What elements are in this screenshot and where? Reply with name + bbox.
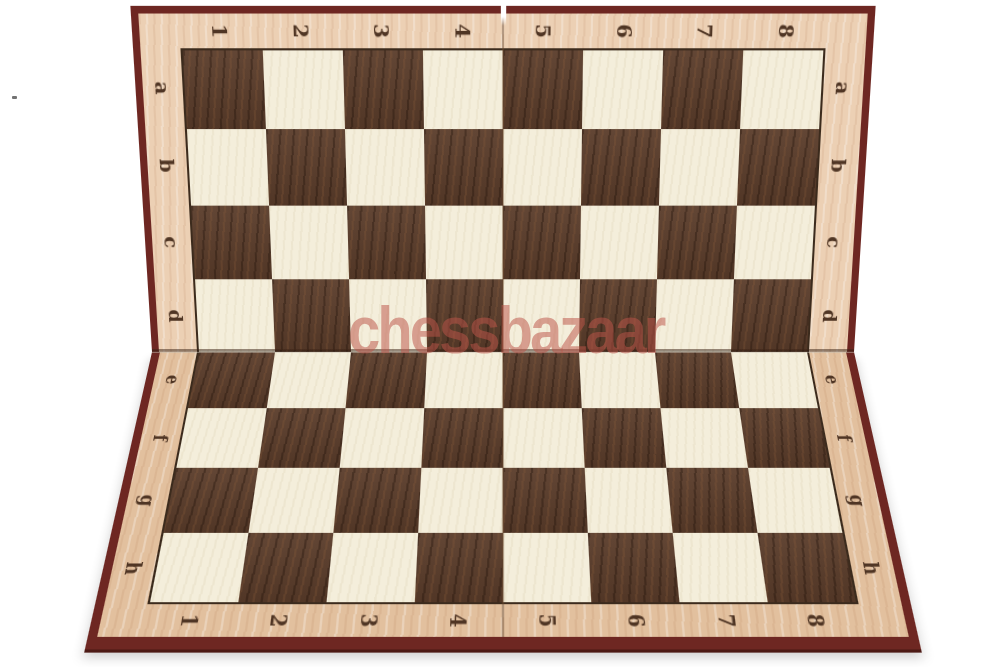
rank-labels-top-left: abcd [140, 48, 197, 352]
dust-speck [12, 96, 17, 99]
square-b2 [266, 129, 347, 205]
square-g4 [418, 468, 503, 533]
rank-label-b: b [128, 146, 207, 185]
square-f3 [340, 408, 425, 468]
rank-label-h: h [827, 550, 918, 587]
rank-label-f: f [803, 422, 887, 453]
square-c6 [580, 205, 659, 279]
watermark-text: chessbazaar [348, 291, 663, 368]
square-g2 [249, 468, 340, 533]
board-bottom-half: 12345678 efgh efgh [85, 352, 921, 649]
folding-chessboard-photo: 12345678 abcd abcd 12345678 efgh efgh ch… [0, 0, 1000, 667]
square-e7 [655, 352, 739, 408]
file-label-3: 3 [347, 582, 390, 660]
square-f6 [582, 408, 667, 468]
file-label-8: 8 [767, 0, 805, 72]
square-g3 [333, 468, 421, 533]
square-f7 [660, 408, 748, 468]
rank-label-e: e [793, 365, 873, 394]
rank-label-a: a [803, 68, 883, 108]
file-label-6: 6 [607, 0, 643, 72]
file-label-5: 5 [528, 582, 567, 660]
rank-label-e: e [133, 365, 213, 394]
file-label-1: 1 [201, 0, 239, 72]
square-g5 [503, 468, 588, 533]
rank-label-d: d [792, 297, 869, 334]
square-b5 [503, 129, 582, 205]
square-b6 [581, 129, 661, 205]
rank-label-b: b [799, 146, 878, 185]
rank-label-f: f [119, 422, 203, 453]
quarter-fold-seam-bottom [502, 352, 504, 637]
seam-gap-notch [501, 6, 506, 26]
square-c5 [503, 205, 581, 279]
file-label-2: 2 [282, 0, 319, 72]
square-f4 [421, 408, 503, 468]
square-d7 [655, 280, 734, 352]
rank-label-d: d [137, 297, 214, 334]
square-f2 [258, 408, 346, 468]
square-b4 [424, 129, 503, 205]
square-b7 [659, 129, 740, 205]
file-label-4: 4 [438, 582, 477, 660]
square-e2 [267, 352, 351, 408]
square-c2 [269, 205, 349, 279]
rank-label-c: c [133, 223, 211, 261]
square-c7 [657, 205, 737, 279]
file-label-6: 6 [616, 582, 659, 660]
square-c4 [425, 205, 503, 279]
file-label-3: 3 [364, 0, 400, 72]
rank-label-g: g [815, 484, 902, 518]
rank-label-h: h [88, 550, 179, 587]
file-label-7: 7 [687, 0, 724, 72]
square-g7 [666, 468, 757, 533]
rank-labels-top-right: abcd [809, 48, 866, 352]
file-label-5: 5 [526, 0, 560, 72]
file-label-4: 4 [445, 0, 479, 72]
square-c3 [347, 205, 426, 279]
rank-label-c: c [796, 223, 874, 261]
square-g6 [585, 468, 673, 533]
rank-label-g: g [104, 484, 191, 518]
square-d2 [272, 280, 351, 352]
square-b3 [345, 129, 425, 205]
square-f5 [503, 408, 585, 468]
rank-label-a: a [123, 68, 203, 108]
